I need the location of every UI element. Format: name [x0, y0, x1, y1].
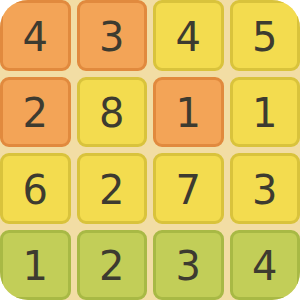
tile-r3c2[interactable]: 2: [77, 153, 148, 224]
tile-r2c4[interactable]: 1: [230, 77, 301, 148]
tile-r3c1[interactable]: 6: [0, 153, 71, 224]
tile-r2c1[interactable]: 2: [0, 77, 71, 148]
tile-r1c1[interactable]: 4: [0, 0, 71, 71]
tile-r4c2[interactable]: 2: [77, 230, 148, 300]
tile-r4c1[interactable]: 1: [0, 230, 71, 300]
tile-r4c4[interactable]: 4: [230, 230, 301, 300]
tile-r3c4[interactable]: 3: [230, 153, 301, 224]
puzzle-board: 4 3 4 5 2 8 1 1 6 2 7 3 1 2 3 4: [0, 0, 300, 300]
game-app-icon: 4 3 4 5 2 8 1 1 6 2 7 3 1 2 3 4: [0, 0, 300, 300]
tile-r4c3[interactable]: 3: [153, 230, 224, 300]
tile-r1c3[interactable]: 4: [153, 0, 224, 71]
tile-r2c3[interactable]: 1: [153, 77, 224, 148]
tile-r1c2[interactable]: 3: [77, 0, 148, 71]
tile-r1c4[interactable]: 5: [230, 0, 301, 71]
tile-r2c2[interactable]: 8: [77, 77, 148, 148]
tile-r3c3[interactable]: 7: [153, 153, 224, 224]
